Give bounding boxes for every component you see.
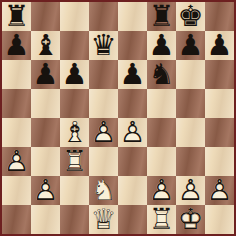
square-a4[interactable] xyxy=(2,118,31,147)
piece-black-pawn: ♟ xyxy=(205,31,234,60)
piece-white-pawn: ♟♙ xyxy=(89,118,118,147)
square-e8[interactable] xyxy=(118,2,147,31)
square-f5[interactable] xyxy=(147,89,176,118)
pawn-glyph-fill: ♟ xyxy=(118,60,147,89)
square-a5[interactable] xyxy=(2,89,31,118)
square-h6[interactable] xyxy=(205,60,234,89)
square-g8[interactable]: ♚ xyxy=(176,2,205,31)
pawn-glyph-fill: ♟ xyxy=(147,31,176,60)
square-d1[interactable]: ♛♕ xyxy=(89,205,118,234)
piece-white-pawn: ♟♙ xyxy=(176,176,205,205)
square-c3[interactable]: ♜♖ xyxy=(60,147,89,176)
piece-black-queen: ♛ xyxy=(89,31,118,60)
piece-white-rook: ♜♖ xyxy=(60,147,89,176)
rook-glyph-fill: ♜ xyxy=(147,2,176,31)
square-g7[interactable]: ♟ xyxy=(176,31,205,60)
square-f4[interactable] xyxy=(147,118,176,147)
square-f6[interactable]: ♞ xyxy=(147,60,176,89)
square-b5[interactable] xyxy=(31,89,60,118)
square-f8[interactable]: ♜ xyxy=(147,2,176,31)
square-e1[interactable] xyxy=(118,205,147,234)
square-g5[interactable] xyxy=(176,89,205,118)
rook-glyph-outline: ♖ xyxy=(60,147,89,176)
square-g4[interactable] xyxy=(176,118,205,147)
bishop-glyph-fill: ♝ xyxy=(31,31,60,60)
piece-white-rook: ♜♖ xyxy=(147,205,176,234)
king-glyph-fill: ♚ xyxy=(176,2,205,31)
square-e2[interactable] xyxy=(118,176,147,205)
piece-white-king: ♚♔ xyxy=(176,205,205,234)
piece-black-rook: ♜ xyxy=(2,2,31,31)
square-h5[interactable] xyxy=(205,89,234,118)
square-b3[interactable] xyxy=(31,147,60,176)
pawn-glyph-outline: ♙ xyxy=(118,118,147,147)
square-b7[interactable]: ♝ xyxy=(31,31,60,60)
pawn-glyph-fill: ♟ xyxy=(176,31,205,60)
square-f1[interactable]: ♜♖ xyxy=(147,205,176,234)
piece-black-pawn: ♟ xyxy=(2,31,31,60)
square-f7[interactable]: ♟ xyxy=(147,31,176,60)
square-e4[interactable]: ♟♙ xyxy=(118,118,147,147)
pawn-glyph-outline: ♙ xyxy=(147,176,176,205)
square-c8[interactable] xyxy=(60,2,89,31)
pawn-glyph-outline: ♙ xyxy=(89,118,118,147)
square-e5[interactable] xyxy=(118,89,147,118)
piece-black-bishop: ♝ xyxy=(31,31,60,60)
piece-white-bishop: ♝♗ xyxy=(60,118,89,147)
square-c6[interactable]: ♟ xyxy=(60,60,89,89)
piece-white-pawn: ♟♙ xyxy=(118,118,147,147)
pawn-glyph-outline: ♙ xyxy=(2,147,31,176)
square-h4[interactable] xyxy=(205,118,234,147)
square-f2[interactable]: ♟♙ xyxy=(147,176,176,205)
square-c5[interactable] xyxy=(60,89,89,118)
piece-white-queen: ♛♕ xyxy=(89,205,118,234)
bishop-glyph-outline: ♗ xyxy=(60,118,89,147)
square-g3[interactable] xyxy=(176,147,205,176)
piece-white-pawn: ♟♙ xyxy=(31,176,60,205)
piece-black-pawn: ♟ xyxy=(31,60,60,89)
square-b4[interactable] xyxy=(31,118,60,147)
square-c4[interactable]: ♝♗ xyxy=(60,118,89,147)
square-h3[interactable] xyxy=(205,147,234,176)
square-h2[interactable]: ♟♙ xyxy=(205,176,234,205)
chess-board: ♜♜♚♟♝♛♟♟♟♟♟♟♞♝♗♟♙♟♙♟♙♜♖♟♙♞♘♟♙♟♙♟♙♛♕♜♖♚♔ xyxy=(0,0,236,236)
rook-glyph-outline: ♖ xyxy=(147,205,176,234)
square-c1[interactable] xyxy=(60,205,89,234)
square-b2[interactable]: ♟♙ xyxy=(31,176,60,205)
square-g6[interactable] xyxy=(176,60,205,89)
knight-glyph-fill: ♞ xyxy=(147,60,176,89)
square-d7[interactable]: ♛ xyxy=(89,31,118,60)
pawn-glyph-outline: ♙ xyxy=(31,176,60,205)
square-g2[interactable]: ♟♙ xyxy=(176,176,205,205)
knight-glyph-outline: ♘ xyxy=(89,176,118,205)
pawn-glyph-fill: ♟ xyxy=(31,60,60,89)
square-h1[interactable] xyxy=(205,205,234,234)
piece-black-pawn: ♟ xyxy=(118,60,147,89)
rook-glyph-fill: ♜ xyxy=(2,2,31,31)
square-c2[interactable] xyxy=(60,176,89,205)
square-e3[interactable] xyxy=(118,147,147,176)
piece-white-knight: ♞♘ xyxy=(89,176,118,205)
piece-black-pawn: ♟ xyxy=(60,60,89,89)
square-c7[interactable] xyxy=(60,31,89,60)
pawn-glyph-outline: ♙ xyxy=(176,176,205,205)
square-e7[interactable] xyxy=(118,31,147,60)
queen-glyph-fill: ♛ xyxy=(89,31,118,60)
square-f3[interactable] xyxy=(147,147,176,176)
square-a6[interactable] xyxy=(2,60,31,89)
piece-white-pawn: ♟♙ xyxy=(147,176,176,205)
pawn-glyph-fill: ♟ xyxy=(2,31,31,60)
square-h8[interactable] xyxy=(205,2,234,31)
piece-black-rook: ♜ xyxy=(147,2,176,31)
piece-black-king: ♚ xyxy=(176,2,205,31)
square-d8[interactable] xyxy=(89,2,118,31)
square-a2[interactable] xyxy=(2,176,31,205)
square-h7[interactable]: ♟ xyxy=(205,31,234,60)
square-d6[interactable] xyxy=(89,60,118,89)
square-g1[interactable]: ♚♔ xyxy=(176,205,205,234)
square-a1[interactable] xyxy=(2,205,31,234)
square-d4[interactable]: ♟♙ xyxy=(89,118,118,147)
square-b6[interactable]: ♟ xyxy=(31,60,60,89)
square-e6[interactable]: ♟ xyxy=(118,60,147,89)
piece-black-pawn: ♟ xyxy=(176,31,205,60)
square-b1[interactable] xyxy=(31,205,60,234)
pawn-glyph-outline: ♙ xyxy=(205,176,234,205)
piece-black-pawn: ♟ xyxy=(147,31,176,60)
pawn-glyph-fill: ♟ xyxy=(60,60,89,89)
piece-white-pawn: ♟♙ xyxy=(205,176,234,205)
piece-white-pawn: ♟♙ xyxy=(2,147,31,176)
square-a3[interactable]: ♟♙ xyxy=(2,147,31,176)
square-b8[interactable] xyxy=(31,2,60,31)
square-d3[interactable] xyxy=(89,147,118,176)
square-d2[interactable]: ♞♘ xyxy=(89,176,118,205)
square-a8[interactable]: ♜ xyxy=(2,2,31,31)
square-a7[interactable]: ♟ xyxy=(2,31,31,60)
square-d5[interactable] xyxy=(89,89,118,118)
king-glyph-outline: ♔ xyxy=(176,205,205,234)
queen-glyph-outline: ♕ xyxy=(89,205,118,234)
piece-black-knight: ♞ xyxy=(147,60,176,89)
pawn-glyph-fill: ♟ xyxy=(205,31,234,60)
